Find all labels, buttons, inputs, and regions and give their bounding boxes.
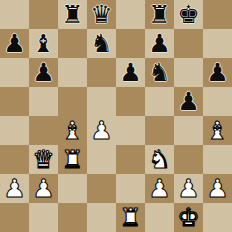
- square-g5[interactable]: ♟: [174, 87, 203, 116]
- square-b3[interactable]: ♛: [29, 145, 58, 174]
- square-e6[interactable]: ♟: [116, 58, 145, 87]
- square-a8[interactable]: [0, 0, 29, 29]
- white-pawn-d4[interactable]: ♟: [90, 116, 112, 145]
- square-b7[interactable]: ♝: [29, 29, 58, 58]
- square-f2[interactable]: ♟: [145, 174, 174, 203]
- square-a1[interactable]: [0, 203, 29, 232]
- square-d2[interactable]: [87, 174, 116, 203]
- square-e7[interactable]: [116, 29, 145, 58]
- square-c7[interactable]: [58, 29, 87, 58]
- white-pawn-g2[interactable]: ♟: [177, 174, 199, 203]
- black-pawn-b6[interactable]: ♟: [32, 58, 54, 87]
- square-c2[interactable]: [58, 174, 87, 203]
- white-pawn-a2[interactable]: ♟: [3, 174, 25, 203]
- square-g8[interactable]: ♚: [174, 0, 203, 29]
- square-h3[interactable]: [203, 145, 232, 174]
- white-pawn-h2[interactable]: ♟: [206, 174, 228, 203]
- square-h5[interactable]: [203, 87, 232, 116]
- screenshot-stage: ♜♛♜♚♟♝♞♟♟♟♞♟♟♝♟♝♛♜♞♟♟♟♟♟♜♚: [0, 0, 232, 232]
- square-e2[interactable]: [116, 174, 145, 203]
- square-f5[interactable]: [145, 87, 174, 116]
- square-c4[interactable]: ♝: [58, 116, 87, 145]
- square-c3[interactable]: ♜: [58, 145, 87, 174]
- square-d4[interactable]: ♟: [87, 116, 116, 145]
- square-f6[interactable]: ♞: [145, 58, 174, 87]
- black-knight-f6[interactable]: ♞: [148, 58, 170, 87]
- square-a7[interactable]: ♟: [0, 29, 29, 58]
- square-d3[interactable]: [87, 145, 116, 174]
- square-h8[interactable]: [203, 0, 232, 29]
- white-rook-e1[interactable]: ♜: [119, 203, 141, 232]
- black-pawn-f7[interactable]: ♟: [148, 29, 170, 58]
- white-pawn-b2[interactable]: ♟: [32, 174, 54, 203]
- black-knight-d7[interactable]: ♞: [90, 29, 112, 58]
- square-b2[interactable]: ♟: [29, 174, 58, 203]
- square-b4[interactable]: [29, 116, 58, 145]
- white-queen-b3[interactable]: ♛: [32, 145, 54, 174]
- black-rook-c8[interactable]: ♜: [61, 0, 83, 29]
- square-d5[interactable]: [87, 87, 116, 116]
- white-bishop-h4[interactable]: ♝: [206, 116, 228, 145]
- square-f4[interactable]: [145, 116, 174, 145]
- white-bishop-c4[interactable]: ♝: [61, 116, 83, 145]
- white-rook-c3[interactable]: ♜: [61, 145, 83, 174]
- square-c1[interactable]: [58, 203, 87, 232]
- square-b6[interactable]: ♟: [29, 58, 58, 87]
- square-f3[interactable]: ♞: [145, 145, 174, 174]
- square-a4[interactable]: [0, 116, 29, 145]
- square-g4[interactable]: [174, 116, 203, 145]
- square-b8[interactable]: [29, 0, 58, 29]
- square-b5[interactable]: [29, 87, 58, 116]
- square-d8[interactable]: ♛: [87, 0, 116, 29]
- square-g6[interactable]: [174, 58, 203, 87]
- square-h7[interactable]: [203, 29, 232, 58]
- white-pawn-f2[interactable]: ♟: [148, 174, 170, 203]
- white-knight-f3[interactable]: ♞: [148, 145, 170, 174]
- black-pawn-g5[interactable]: ♟: [177, 87, 199, 116]
- square-c6[interactable]: [58, 58, 87, 87]
- square-a2[interactable]: ♟: [0, 174, 29, 203]
- black-pawn-h6[interactable]: ♟: [206, 58, 228, 87]
- black-pawn-e6[interactable]: ♟: [119, 58, 141, 87]
- square-h6[interactable]: ♟: [203, 58, 232, 87]
- square-e8[interactable]: [116, 0, 145, 29]
- black-pawn-a7[interactable]: ♟: [3, 29, 25, 58]
- white-king-g1[interactable]: ♚: [177, 203, 199, 232]
- square-e4[interactable]: [116, 116, 145, 145]
- square-c5[interactable]: [58, 87, 87, 116]
- black-bishop-b7[interactable]: ♝: [32, 29, 54, 58]
- square-f1[interactable]: [145, 203, 174, 232]
- square-f8[interactable]: ♜: [145, 0, 174, 29]
- square-d1[interactable]: [87, 203, 116, 232]
- square-d6[interactable]: [87, 58, 116, 87]
- chess-board: ♜♛♜♚♟♝♞♟♟♟♞♟♟♝♟♝♛♜♞♟♟♟♟♟♜♚: [0, 0, 232, 232]
- black-queen-d8[interactable]: ♛: [90, 0, 112, 29]
- square-a6[interactable]: [0, 58, 29, 87]
- square-g1[interactable]: ♚: [174, 203, 203, 232]
- square-f7[interactable]: ♟: [145, 29, 174, 58]
- black-rook-f8[interactable]: ♜: [148, 0, 170, 29]
- square-a5[interactable]: [0, 87, 29, 116]
- square-h2[interactable]: ♟: [203, 174, 232, 203]
- square-b1[interactable]: [29, 203, 58, 232]
- square-d7[interactable]: ♞: [87, 29, 116, 58]
- square-c8[interactable]: ♜: [58, 0, 87, 29]
- square-g3[interactable]: [174, 145, 203, 174]
- square-e1[interactable]: ♜: [116, 203, 145, 232]
- square-g2[interactable]: ♟: [174, 174, 203, 203]
- square-e5[interactable]: [116, 87, 145, 116]
- square-a3[interactable]: [0, 145, 29, 174]
- square-h1[interactable]: [203, 203, 232, 232]
- square-g7[interactable]: [174, 29, 203, 58]
- square-e3[interactable]: [116, 145, 145, 174]
- square-h4[interactable]: ♝: [203, 116, 232, 145]
- black-king-g8[interactable]: ♚: [177, 0, 199, 29]
